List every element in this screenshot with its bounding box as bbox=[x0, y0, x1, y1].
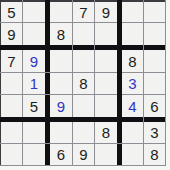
sudoku-cell-r5c3[interactable]: 9 bbox=[50, 95, 72, 117]
sudoku-cell-r7c4[interactable]: 9 bbox=[73, 144, 94, 165]
sudoku-cell-r6c6[interactable] bbox=[122, 122, 143, 143]
sudoku-cell-r2c6[interactable] bbox=[122, 23, 143, 45]
sudoku-cell-r5c7[interactable]: 6 bbox=[144, 95, 165, 117]
sudoku-cell-r3c6[interactable]: 8 bbox=[122, 50, 143, 72]
sudoku-cell-r7c6[interactable] bbox=[122, 144, 143, 165]
sudoku-cell-r4c1[interactable] bbox=[1, 73, 22, 94]
sudoku-cell-r3c2[interactable]: 9 bbox=[23, 50, 45, 72]
sudoku-cell-r1c7[interactable] bbox=[144, 2, 165, 22]
sudoku-cell-r1c6[interactable] bbox=[122, 2, 143, 22]
sudoku-cell-r4c7[interactable] bbox=[144, 73, 165, 94]
sudoku-cell-r7c3[interactable]: 6 bbox=[50, 144, 72, 165]
sudoku-cell-r2c1[interactable]: 9 bbox=[1, 23, 22, 45]
sudoku-cell-r6c2[interactable] bbox=[23, 122, 45, 143]
sudoku-cell-r4c5[interactable] bbox=[95, 73, 117, 94]
sudoku-cell-r5c2[interactable]: 5 bbox=[23, 95, 45, 117]
sudoku-cell-r7c7[interactable]: 8 bbox=[144, 144, 165, 165]
sudoku-cell-r2c7[interactable] bbox=[144, 23, 165, 45]
sudoku-cell-r1c3[interactable] bbox=[50, 2, 72, 22]
sudoku-cell-r4c4[interactable]: 8 bbox=[73, 73, 94, 94]
sudoku-cell-r4c6[interactable]: 3 bbox=[122, 73, 143, 94]
sudoku-cell-r6c4[interactable] bbox=[73, 122, 94, 143]
sudoku-cell-r3c1[interactable]: 7 bbox=[1, 50, 22, 72]
sudoku-cell-r2c5[interactable] bbox=[95, 23, 117, 45]
sudoku-cell-r5c4[interactable] bbox=[73, 95, 94, 117]
sudoku-cell-r3c7[interactable] bbox=[144, 50, 165, 72]
sudoku-cell-r1c2[interactable] bbox=[23, 2, 45, 22]
cropped-row-sliver bbox=[0, 166, 166, 170]
sudoku-cell-r6c1[interactable] bbox=[1, 122, 22, 143]
sudoku-cell-r5c1[interactable] bbox=[1, 95, 22, 117]
sudoku-cell-r6c3[interactable] bbox=[50, 122, 72, 143]
sudoku-cell-r6c7[interactable]: 3 bbox=[144, 122, 165, 143]
sudoku-cell-r3c3[interactable] bbox=[50, 50, 72, 72]
sudoku-cell-r6c5[interactable]: 8 bbox=[95, 122, 117, 143]
sudoku-cell-r4c3[interactable] bbox=[50, 73, 72, 94]
sudoku-cell-r2c3[interactable]: 8 bbox=[50, 23, 72, 45]
sudoku-cell-r2c2[interactable] bbox=[23, 23, 45, 45]
sudoku-cell-r7c2[interactable] bbox=[23, 144, 45, 165]
sudoku-cell-r7c5[interactable] bbox=[95, 144, 117, 165]
sudoku-cell-r7c1[interactable] bbox=[1, 144, 22, 165]
sudoku-cell-r2c4[interactable] bbox=[73, 23, 94, 45]
sudoku-cell-r3c4[interactable] bbox=[73, 50, 94, 72]
cropped-column-sliver bbox=[166, 0, 170, 170]
sudoku-cell-r4c2[interactable]: 1 bbox=[23, 73, 45, 94]
sudoku-cell-r1c4[interactable]: 7 bbox=[73, 2, 94, 22]
sudoku-cell-r5c6[interactable]: 4 bbox=[122, 95, 143, 117]
sudoku-cell-r5c5[interactable] bbox=[95, 95, 117, 117]
sudoku-board: 57998798183594683698 bbox=[0, 0, 170, 170]
sudoku-cell-r1c5[interactable]: 9 bbox=[95, 2, 117, 22]
sudoku-cell-r3c5[interactable] bbox=[95, 50, 117, 72]
sudoku-cell-r1c1[interactable]: 5 bbox=[1, 2, 22, 22]
